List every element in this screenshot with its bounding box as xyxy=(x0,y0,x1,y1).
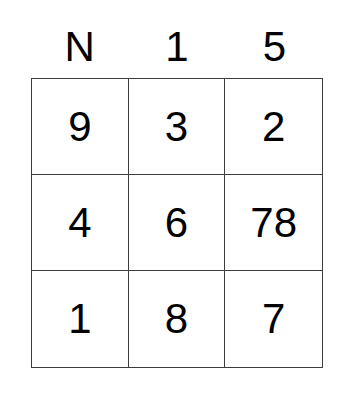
grid-cell-r2c3: 78 xyxy=(225,175,322,271)
grid-cell-r3c3: 7 xyxy=(225,271,322,367)
column-header-1: N xyxy=(31,22,128,72)
grid-cell-r1c2: 3 xyxy=(129,79,226,175)
grid-cell-r1c1: 9 xyxy=(32,79,129,175)
puzzle-diagram: N 1 5 9 3 2 4 6 78 1 8 7 xyxy=(0,0,353,400)
grid-cell-r3c1: 1 xyxy=(32,271,129,367)
column-header-2: 1 xyxy=(128,22,225,72)
column-header-3: 5 xyxy=(226,22,323,72)
grid-cell-r2c2: 6 xyxy=(129,175,226,271)
grid-cell-r1c3: 2 xyxy=(225,79,322,175)
grid-cell-r2c1: 4 xyxy=(32,175,129,271)
grid-cell-r3c2: 8 xyxy=(129,271,226,367)
column-header-row: N 1 5 xyxy=(31,22,323,72)
number-grid: 9 3 2 4 6 78 1 8 7 xyxy=(31,78,323,368)
